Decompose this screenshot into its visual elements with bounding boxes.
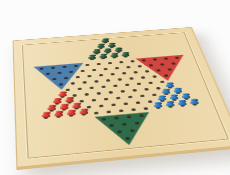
peg-red[interactable] (67, 110, 76, 116)
peg-blue[interactable] (182, 93, 191, 98)
peg-body (67, 111, 76, 115)
peg-green[interactable] (111, 53, 119, 57)
peg-red[interactable] (72, 103, 81, 108)
peg-body (42, 114, 51, 118)
peg-green[interactable] (122, 52, 130, 56)
peg-green[interactable] (88, 55, 96, 60)
peg-red[interactable] (80, 109, 89, 115)
peg-blue[interactable] (173, 88, 182, 93)
peg-green[interactable] (99, 54, 107, 58)
peg-blue[interactable] (158, 95, 167, 100)
peg-body (80, 110, 89, 114)
peg-red[interactable] (42, 112, 51, 118)
photo-stage (0, 0, 230, 175)
peg-red[interactable] (60, 104, 69, 110)
scene (0, 0, 230, 175)
peg-blue[interactable] (190, 99, 199, 104)
peg-body (166, 103, 175, 107)
peg-body (190, 101, 199, 105)
game-board (13, 27, 230, 170)
peg-body (154, 104, 163, 108)
peg-blue[interactable] (166, 82, 174, 87)
peg-blue[interactable] (170, 94, 179, 99)
peg-blue[interactable] (162, 89, 171, 94)
peg-body (111, 54, 119, 57)
pegs-layer (13, 28, 230, 167)
peg-body (178, 102, 187, 106)
peg-blue[interactable] (178, 100, 187, 105)
peg-red[interactable] (58, 91, 67, 96)
peg-body (54, 113, 63, 117)
peg-blue[interactable] (166, 101, 175, 106)
peg-body (88, 56, 96, 59)
peg-blue[interactable] (154, 102, 163, 107)
peg-body (99, 55, 107, 58)
peg-red[interactable] (54, 111, 63, 117)
peg-body (122, 53, 130, 56)
peg-red[interactable] (65, 97, 74, 102)
peg-red[interactable] (47, 105, 56, 111)
peg-red[interactable] (53, 98, 62, 103)
